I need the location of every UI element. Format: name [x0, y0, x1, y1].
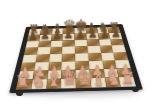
piece-light-b-c1[interactable]: ♝	[45, 72, 60, 89]
board-wrapper: ♜♞♝♛♚♝♞♜♟♟♟♟♟♟♟♟♟♟♟♟♟♟♟♟♜♞♝♛♚♝♞♜	[18, 0, 133, 104]
square-c1[interactable]: ♝	[46, 79, 61, 89]
square-c7[interactable]: ♟	[51, 34, 63, 40]
square-f1[interactable]: ♝	[90, 78, 106, 88]
piece-dark-p-h7[interactable]: ♟	[110, 27, 122, 39]
piece-dark-p-d7[interactable]: ♟	[62, 29, 74, 41]
piece-light-n-g1[interactable]: ♞	[106, 70, 121, 87]
piece-light-r-a1[interactable]: ♜	[15, 73, 30, 90]
chess-board: ♜♞♝♛♚♝♞♜♟♟♟♟♟♟♟♟♟♟♟♟♟♟♟♟♜♞♝♛♚♝♞♜	[9, 24, 143, 93]
square-e7[interactable]: ♟	[74, 33, 86, 39]
piece-dark-p-b7[interactable]: ♟	[39, 29, 51, 41]
piece-light-b-f1[interactable]: ♝	[91, 71, 106, 88]
square-b7[interactable]: ♟	[39, 34, 52, 40]
square-e5[interactable]	[75, 46, 88, 53]
square-d7[interactable]: ♟	[63, 34, 75, 40]
square-d5[interactable]	[62, 46, 75, 53]
square-e1[interactable]: ♚	[76, 78, 91, 88]
square-h4[interactable]	[113, 52, 128, 60]
square-e4[interactable]	[75, 53, 88, 61]
square-h1[interactable]: ♜	[119, 77, 136, 87]
piece-dark-p-g7[interactable]: ♟	[98, 28, 110, 40]
piece-light-q-d1[interactable]: ♛	[60, 68, 76, 88]
square-g5[interactable]	[99, 46, 113, 53]
square-a5[interactable]	[24, 47, 38, 54]
board-grid: ♜♞♝♛♚♝♞♜♟♟♟♟♟♟♟♟♟♟♟♟♟♟♟♟♜♞♝♛♚♝♞♜	[16, 27, 136, 90]
square-b1[interactable]: ♞	[31, 79, 47, 89]
square-b5[interactable]	[37, 47, 51, 54]
piece-light-n-b1[interactable]: ♞	[30, 72, 45, 89]
square-c5[interactable]	[49, 47, 62, 54]
square-h7[interactable]: ♟	[109, 33, 122, 39]
square-g7[interactable]: ♟	[97, 33, 110, 39]
square-f4[interactable]	[88, 53, 102, 61]
square-b4[interactable]	[35, 54, 49, 62]
product-photo: ♜♞♝♛♚♝♞♜♟♟♟♟♟♟♟♟♟♟♟♟♟♟♟♟♜♞♝♛♚♝♞♜	[0, 0, 150, 104]
square-d4[interactable]	[62, 54, 75, 62]
piece-dark-p-e7[interactable]: ♟	[74, 28, 86, 40]
piece-light-k-e1[interactable]: ♚	[75, 68, 91, 88]
piece-dark-p-f7[interactable]: ♟	[86, 28, 98, 40]
piece-dark-p-c7[interactable]: ♟	[51, 29, 63, 41]
square-d1[interactable]: ♛	[61, 78, 76, 88]
square-g1[interactable]: ♞	[104, 77, 121, 87]
piece-light-r-h1[interactable]: ♜	[121, 70, 136, 87]
piece-dark-p-a7[interactable]: ♟	[27, 30, 39, 42]
square-f7[interactable]: ♟	[86, 33, 98, 39]
